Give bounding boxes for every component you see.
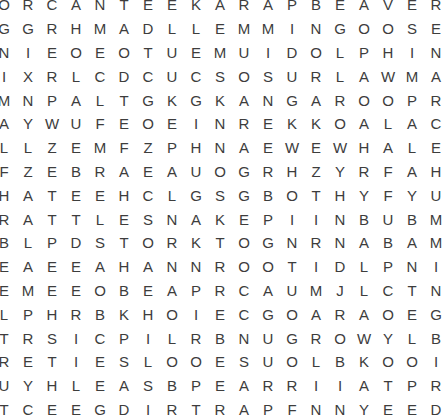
grid-cell[interactable]: E [64, 255, 88, 279]
grid-cell[interactable]: S [256, 64, 280, 88]
grid-cell[interactable]: E [112, 112, 136, 136]
grid-cell[interactable]: M [208, 41, 232, 65]
grid-cell[interactable]: J [328, 279, 352, 303]
grid-cell[interactable]: E [208, 350, 232, 374]
grid-cell[interactable]: E [424, 136, 442, 160]
grid-cell[interactable]: U [64, 112, 88, 136]
grid-cell[interactable]: E [160, 112, 184, 136]
grid-cell[interactable]: E [64, 183, 88, 207]
grid-cell[interactable]: G [256, 231, 280, 255]
grid-cell[interactable]: T [400, 279, 424, 303]
grid-cell[interactable]: R [208, 279, 232, 303]
grid-cell[interactable]: I [400, 41, 424, 65]
grid-cell[interactable]: E [0, 255, 16, 279]
grid-cell[interactable]: R [304, 231, 328, 255]
grid-cell[interactable]: E [256, 112, 280, 136]
grid-cell[interactable]: G [424, 302, 442, 326]
grid-cell[interactable]: L [376, 112, 400, 136]
grid-cell[interactable]: Z [40, 136, 64, 160]
grid-cell[interactable]: P [184, 374, 208, 398]
grid-cell[interactable]: M [256, 17, 280, 41]
grid-cell[interactable]: N [184, 255, 208, 279]
grid-cell[interactable]: O [256, 255, 280, 279]
grid-cell[interactable]: M [304, 279, 328, 303]
grid-cell[interactable]: E [400, 398, 424, 419]
grid-cell[interactable]: G [16, 17, 40, 41]
grid-cell[interactable]: R [280, 374, 304, 398]
grid-cell[interactable]: A [352, 112, 376, 136]
grid-cell[interactable]: O [376, 88, 400, 112]
grid-cell[interactable]: R [424, 0, 442, 17]
grid-cell[interactable]: T [136, 41, 160, 65]
grid-cell[interactable]: P [160, 136, 184, 160]
grid-cell[interactable]: Y [352, 183, 376, 207]
grid-cell[interactable]: C [88, 326, 112, 350]
grid-cell[interactable]: K [208, 88, 232, 112]
grid-cell[interactable]: A [112, 160, 136, 184]
grid-cell[interactable]: Y [400, 183, 424, 207]
grid-cell[interactable]: L [88, 88, 112, 112]
grid-cell[interactable]: H [112, 183, 136, 207]
grid-cell[interactable]: R [160, 231, 184, 255]
grid-cell[interactable]: S [112, 350, 136, 374]
grid-cell[interactable]: L [328, 41, 352, 65]
grid-cell[interactable]: K [160, 88, 184, 112]
grid-cell[interactable]: M [88, 136, 112, 160]
grid-cell[interactable]: F [0, 160, 16, 184]
grid-cell[interactable]: C [184, 64, 208, 88]
grid-cell[interactable]: N [208, 136, 232, 160]
grid-cell[interactable]: T [376, 374, 400, 398]
grid-cell[interactable]: A [64, 88, 88, 112]
grid-cell[interactable]: V [376, 0, 400, 17]
grid-cell[interactable]: L [64, 64, 88, 88]
grid-cell[interactable]: E [40, 279, 64, 303]
grid-cell[interactable]: I [136, 398, 160, 419]
grid-cell[interactable]: B [304, 0, 328, 17]
grid-cell[interactable]: A [352, 302, 376, 326]
grid-cell[interactable]: F [280, 398, 304, 419]
grid-cell[interactable]: E [328, 0, 352, 17]
grid-cell[interactable]: F [88, 112, 112, 136]
grid-cell[interactable]: C [16, 398, 40, 419]
grid-cell[interactable]: I [64, 350, 88, 374]
grid-cell[interactable]: B [400, 207, 424, 231]
grid-cell[interactable]: N [256, 88, 280, 112]
grid-cell[interactable]: N [16, 88, 40, 112]
grid-cell[interactable]: I [256, 41, 280, 65]
grid-cell[interactable]: G [88, 398, 112, 419]
grid-cell[interactable]: F [376, 183, 400, 207]
grid-cell[interactable]: L [304, 350, 328, 374]
grid-cell[interactable]: A [0, 112, 16, 136]
grid-cell[interactable]: E [376, 398, 400, 419]
grid-cell[interactable]: S [40, 326, 64, 350]
grid-cell[interactable]: Z [136, 136, 160, 160]
grid-cell[interactable]: L [160, 17, 184, 41]
grid-cell[interactable]: K [184, 231, 208, 255]
grid-cell[interactable]: E [304, 136, 328, 160]
grid-cell[interactable]: T [0, 326, 16, 350]
grid-cell[interactable]: E [88, 41, 112, 65]
grid-cell[interactable]: L [64, 374, 88, 398]
grid-cell[interactable]: E [40, 255, 64, 279]
grid-cell[interactable]: N [280, 231, 304, 255]
grid-cell[interactable]: E [88, 374, 112, 398]
grid-cell[interactable]: L [352, 255, 376, 279]
grid-cell[interactable]: M [424, 231, 442, 255]
grid-cell[interactable]: R [352, 160, 376, 184]
grid-cell[interactable]: A [64, 0, 88, 17]
grid-cell[interactable]: A [352, 0, 376, 17]
grid-cell[interactable]: O [352, 17, 376, 41]
grid-cell[interactable]: L [0, 302, 16, 326]
grid-cell[interactable]: I [280, 207, 304, 231]
grid-cell[interactable]: O [184, 350, 208, 374]
grid-cell[interactable]: T [40, 350, 64, 374]
grid-cell[interactable]: C [424, 112, 442, 136]
grid-cell[interactable]: A [352, 374, 376, 398]
grid-cell[interactable]: S [136, 374, 160, 398]
grid-cell[interactable]: N [304, 398, 328, 419]
grid-cell[interactable]: R [16, 0, 40, 17]
grid-cell[interactable]: B [328, 350, 352, 374]
grid-cell[interactable]: E [0, 279, 16, 303]
grid-cell[interactable]: O [376, 350, 400, 374]
grid-cell[interactable]: N [88, 0, 112, 17]
grid-cell[interactable]: R [424, 88, 442, 112]
grid-cell[interactable]: I [16, 41, 40, 65]
grid-cell[interactable]: U [280, 279, 304, 303]
grid-cell[interactable]: C [88, 64, 112, 88]
grid-cell[interactable]: E [184, 41, 208, 65]
grid-cell[interactable]: O [232, 231, 256, 255]
grid-cell[interactable]: R [40, 64, 64, 88]
grid-cell[interactable]: C [136, 183, 160, 207]
grid-cell[interactable]: P [40, 231, 64, 255]
grid-cell[interactable]: P [40, 88, 64, 112]
grid-cell[interactable]: R [64, 302, 88, 326]
grid-cell[interactable]: R [40, 17, 64, 41]
grid-cell[interactable]: I [136, 326, 160, 350]
grid-cell[interactable]: L [160, 183, 184, 207]
grid-cell[interactable]: A [376, 136, 400, 160]
grid-cell[interactable]: R [232, 112, 256, 136]
grid-cell[interactable]: L [400, 326, 424, 350]
grid-cell[interactable]: M [424, 207, 442, 231]
grid-cell[interactable]: Y [328, 160, 352, 184]
grid-cell[interactable]: E [88, 350, 112, 374]
grid-cell[interactable]: R [0, 207, 16, 231]
grid-cell[interactable]: T [280, 255, 304, 279]
grid-cell[interactable]: R [184, 326, 208, 350]
grid-cell[interactable]: N [232, 326, 256, 350]
grid-cell[interactable]: N [424, 41, 442, 65]
grid-cell[interactable]: A [112, 374, 136, 398]
grid-cell[interactable]: H [280, 160, 304, 184]
grid-cell[interactable]: L [136, 350, 160, 374]
grid-cell[interactable]: O [304, 41, 328, 65]
grid-cell[interactable]: U [280, 64, 304, 88]
grid-cell[interactable]: Z [16, 160, 40, 184]
grid-cell[interactable]: H [0, 183, 16, 207]
grid-cell[interactable]: R [328, 88, 352, 112]
grid-cell[interactable]: A [352, 231, 376, 255]
grid-cell[interactable]: G [0, 17, 16, 41]
grid-cell[interactable]: C [232, 302, 256, 326]
grid-cell[interactable]: P [184, 279, 208, 303]
grid-cell[interactable]: E [40, 160, 64, 184]
grid-cell[interactable]: I [424, 255, 442, 279]
grid-cell[interactable]: N [328, 398, 352, 419]
grid-cell[interactable]: B [160, 374, 184, 398]
grid-cell[interactable]: O [232, 255, 256, 279]
grid-cell[interactable]: A [232, 88, 256, 112]
grid-cell[interactable]: P [256, 398, 280, 419]
grid-cell[interactable]: O [352, 88, 376, 112]
grid-cell[interactable]: R [0, 350, 16, 374]
grid-cell[interactable]: R [304, 64, 328, 88]
grid-cell[interactable]: G [232, 160, 256, 184]
grid-cell[interactable]: K [304, 112, 328, 136]
grid-cell[interactable]: A [184, 207, 208, 231]
grid-cell[interactable]: T [40, 207, 64, 231]
grid-cell[interactable]: T [184, 398, 208, 419]
grid-cell[interactable]: T [112, 231, 136, 255]
grid-cell[interactable]: R [256, 160, 280, 184]
grid-cell[interactable]: A [304, 302, 328, 326]
grid-cell[interactable]: X [16, 64, 40, 88]
grid-cell[interactable]: E [40, 398, 64, 419]
grid-cell[interactable]: A [160, 279, 184, 303]
grid-cell[interactable]: E [40, 41, 64, 65]
grid-cell[interactable]: M [0, 88, 16, 112]
grid-cell[interactable]: U [160, 64, 184, 88]
grid-cell[interactable]: B [0, 231, 16, 255]
grid-cell[interactable]: B [376, 231, 400, 255]
grid-cell[interactable]: E [256, 136, 280, 160]
grid-cell[interactable]: D [280, 41, 304, 65]
grid-cell[interactable]: R [160, 398, 184, 419]
grid-cell[interactable]: S [208, 64, 232, 88]
grid-cell[interactable]: N [160, 255, 184, 279]
grid-cell[interactable]: H [376, 41, 400, 65]
grid-cell[interactable]: A [232, 136, 256, 160]
grid-cell[interactable]: A [400, 160, 424, 184]
grid-cell[interactable]: R [88, 160, 112, 184]
grid-cell[interactable]: O [208, 160, 232, 184]
grid-cell[interactable]: O [160, 350, 184, 374]
grid-cell[interactable]: E [424, 17, 442, 41]
grid-cell[interactable]: O [232, 64, 256, 88]
grid-cell[interactable]: O [280, 350, 304, 374]
grid-cell[interactable]: C [376, 279, 400, 303]
grid-cell[interactable]: N [160, 207, 184, 231]
grid-cell[interactable]: E [16, 350, 40, 374]
grid-cell[interactable]: I [304, 374, 328, 398]
grid-cell[interactable]: P [112, 326, 136, 350]
grid-cell[interactable]: N [400, 255, 424, 279]
grid-cell[interactable]: T [208, 231, 232, 255]
grid-cell[interactable]: A [16, 183, 40, 207]
grid-cell[interactable]: N [328, 231, 352, 255]
grid-cell[interactable]: N [304, 17, 328, 41]
grid-cell[interactable]: R [232, 0, 256, 17]
grid-cell[interactable]: Y [376, 326, 400, 350]
grid-cell[interactable]: R [16, 326, 40, 350]
grid-cell[interactable]: O [136, 112, 160, 136]
grid-cell[interactable]: O [136, 231, 160, 255]
grid-cell[interactable]: T [304, 183, 328, 207]
grid-cell[interactable]: A [304, 88, 328, 112]
grid-cell[interactable]: D [112, 64, 136, 88]
grid-cell[interactable]: D [64, 231, 88, 255]
grid-cell[interactable]: H [352, 136, 376, 160]
grid-cell[interactable]: I [328, 374, 352, 398]
grid-cell[interactable]: D [328, 255, 352, 279]
grid-cell[interactable]: Y [16, 112, 40, 136]
grid-cell[interactable]: A [112, 17, 136, 41]
grid-cell[interactable]: G [256, 302, 280, 326]
grid-cell[interactable]: L [328, 64, 352, 88]
grid-cell[interactable]: L [184, 17, 208, 41]
grid-cell[interactable]: H [328, 183, 352, 207]
grid-cell[interactable]: I [184, 302, 208, 326]
grid-cell[interactable]: I [304, 255, 328, 279]
grid-cell[interactable]: N [424, 279, 442, 303]
grid-cell[interactable]: S [88, 231, 112, 255]
grid-cell[interactable]: H [184, 136, 208, 160]
grid-cell[interactable]: A [136, 255, 160, 279]
grid-cell[interactable]: W [280, 136, 304, 160]
grid-cell[interactable]: L [16, 136, 40, 160]
grid-cell[interactable]: B [88, 302, 112, 326]
grid-cell[interactable]: B [424, 326, 442, 350]
grid-cell[interactable]: I [280, 17, 304, 41]
grid-cell[interactable]: M [232, 17, 256, 41]
grid-cell[interactable]: H [112, 255, 136, 279]
grid-cell[interactable]: N [0, 41, 16, 65]
grid-cell[interactable]: L [352, 279, 376, 303]
grid-cell[interactable]: R [208, 398, 232, 419]
grid-cell[interactable]: A [88, 255, 112, 279]
grid-cell[interactable]: P [376, 255, 400, 279]
grid-cell[interactable]: H [424, 160, 442, 184]
grid-cell[interactable]: O [160, 302, 184, 326]
grid-cell[interactable]: A [232, 398, 256, 419]
grid-cell[interactable]: E [400, 302, 424, 326]
grid-cell[interactable]: E [64, 398, 88, 419]
grid-cell[interactable]: O [400, 350, 424, 374]
grid-cell[interactable]: T [112, 88, 136, 112]
grid-cell[interactable]: P [256, 207, 280, 231]
grid-cell[interactable]: Y [16, 374, 40, 398]
grid-cell[interactable]: U [424, 183, 442, 207]
grid-cell[interactable]: O [280, 183, 304, 207]
grid-cell[interactable]: C [40, 0, 64, 17]
grid-cell[interactable]: E [136, 160, 160, 184]
grid-cell[interactable]: C [232, 279, 256, 303]
grid-cell[interactable]: T [112, 0, 136, 17]
grid-cell[interactable]: E [136, 0, 160, 17]
grid-cell[interactable]: H [40, 302, 64, 326]
grid-cell[interactable]: H [64, 17, 88, 41]
grid-cell[interactable]: O [112, 41, 136, 65]
grid-cell[interactable]: A [160, 160, 184, 184]
grid-cell[interactable]: R [424, 374, 442, 398]
grid-cell[interactable]: L [400, 136, 424, 160]
grid-cell[interactable]: U [0, 374, 16, 398]
grid-cell[interactable]: G [136, 88, 160, 112]
grid-cell[interactable]: B [256, 183, 280, 207]
grid-cell[interactable]: U [256, 326, 280, 350]
grid-cell[interactable]: B [64, 160, 88, 184]
grid-cell[interactable]: R [256, 374, 280, 398]
grid-cell[interactable]: N [328, 207, 352, 231]
grid-cell[interactable]: A [400, 112, 424, 136]
grid-cell[interactable]: G [280, 88, 304, 112]
grid-cell[interactable]: K [208, 207, 232, 231]
grid-cell[interactable]: S [232, 350, 256, 374]
grid-cell[interactable]: M [88, 17, 112, 41]
grid-cell[interactable]: P [400, 88, 424, 112]
grid-cell[interactable]: L [160, 326, 184, 350]
grid-cell[interactable]: E [232, 207, 256, 231]
grid-cell[interactable]: B [208, 326, 232, 350]
grid-cell[interactable]: L [16, 231, 40, 255]
grid-cell[interactable]: Y [352, 398, 376, 419]
grid-cell[interactable]: U [256, 350, 280, 374]
grid-cell[interactable]: O [64, 41, 88, 65]
grid-cell[interactable]: E [208, 17, 232, 41]
grid-cell[interactable]: P [400, 374, 424, 398]
grid-cell[interactable]: D [112, 398, 136, 419]
grid-cell[interactable]: R [304, 326, 328, 350]
grid-cell[interactable]: E [160, 0, 184, 17]
grid-cell[interactable]: A [208, 0, 232, 17]
grid-cell[interactable]: H [136, 302, 160, 326]
grid-cell[interactable]: O [376, 302, 400, 326]
grid-cell[interactable]: I [184, 112, 208, 136]
grid-cell[interactable]: E [112, 207, 136, 231]
grid-cell[interactable]: A [400, 231, 424, 255]
grid-cell[interactable]: F [376, 160, 400, 184]
grid-cell[interactable]: O [328, 326, 352, 350]
grid-cell[interactable]: I [424, 350, 442, 374]
grid-cell[interactable]: E [64, 279, 88, 303]
grid-cell[interactable]: G [184, 183, 208, 207]
grid-cell[interactable]: A [352, 64, 376, 88]
grid-cell[interactable]: W [352, 326, 376, 350]
grid-cell[interactable]: R [328, 302, 352, 326]
grid-cell[interactable]: D [136, 17, 160, 41]
grid-cell[interactable]: E [64, 136, 88, 160]
grid-cell[interactable]: E [88, 183, 112, 207]
grid-cell[interactable]: E [208, 302, 232, 326]
grid-cell[interactable]: I [64, 326, 88, 350]
grid-cell[interactable]: H [40, 374, 64, 398]
grid-cell[interactable]: E [400, 0, 424, 17]
grid-cell[interactable]: M [16, 279, 40, 303]
grid-cell[interactable]: B [112, 279, 136, 303]
grid-cell[interactable]: U [376, 207, 400, 231]
grid-cell[interactable]: A [424, 64, 442, 88]
grid-cell[interactable]: S [136, 207, 160, 231]
grid-cell[interactable]: A [232, 374, 256, 398]
grid-cell[interactable]: A [256, 0, 280, 17]
grid-cell[interactable]: P [352, 41, 376, 65]
grid-cell[interactable]: U [232, 41, 256, 65]
